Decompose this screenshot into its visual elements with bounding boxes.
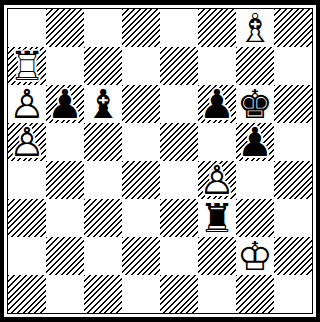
black-pawn-b6[interactable]: ♟ bbox=[46, 85, 84, 123]
white-pawn-outline-icon: ♙ bbox=[8, 85, 46, 123]
white-pawn-icon: ♟ bbox=[198, 161, 236, 199]
square-b1[interactable] bbox=[46, 275, 84, 313]
square-b3[interactable] bbox=[46, 199, 84, 237]
square-d6[interactable] bbox=[122, 85, 160, 123]
square-f2[interactable] bbox=[198, 237, 236, 275]
square-h6[interactable] bbox=[274, 85, 312, 123]
square-b8[interactable] bbox=[46, 9, 84, 47]
square-f6[interactable]: ♟ bbox=[198, 85, 236, 123]
white-pawn-a6[interactable]: ♟♙ bbox=[8, 85, 46, 123]
white-king-outline-icon: ♔ bbox=[236, 237, 274, 275]
square-g2[interactable]: ♚♔ bbox=[236, 237, 274, 275]
square-c8[interactable] bbox=[84, 9, 122, 47]
square-f8[interactable] bbox=[198, 9, 236, 47]
black-pawn-g5[interactable]: ♟ bbox=[236, 123, 274, 161]
square-h5[interactable] bbox=[274, 123, 312, 161]
black-rook-f3[interactable]: ♜ bbox=[198, 199, 236, 237]
square-g5[interactable]: ♟ bbox=[236, 123, 274, 161]
square-e1[interactable] bbox=[160, 275, 198, 313]
square-e2[interactable] bbox=[160, 237, 198, 275]
square-b5[interactable] bbox=[46, 123, 84, 161]
square-c2[interactable] bbox=[84, 237, 122, 275]
black-rook-icon: ♜ bbox=[198, 199, 236, 237]
square-f1[interactable] bbox=[198, 275, 236, 313]
square-e6[interactable] bbox=[160, 85, 198, 123]
white-pawn-f4[interactable]: ♟♙ bbox=[198, 161, 236, 199]
square-b6[interactable]: ♟ bbox=[46, 85, 84, 123]
square-h4[interactable] bbox=[274, 161, 312, 199]
square-h8[interactable] bbox=[274, 9, 312, 47]
square-c3[interactable] bbox=[84, 199, 122, 237]
square-d3[interactable] bbox=[122, 199, 160, 237]
square-b4[interactable] bbox=[46, 161, 84, 199]
square-a7[interactable]: ♜♖ bbox=[8, 47, 46, 85]
square-d5[interactable] bbox=[122, 123, 160, 161]
black-pawn-icon: ♟ bbox=[198, 85, 236, 123]
white-rook-icon: ♜ bbox=[8, 47, 46, 85]
square-a4[interactable] bbox=[8, 161, 46, 199]
white-pawn-outline-icon: ♙ bbox=[198, 161, 236, 199]
square-a8[interactable] bbox=[8, 9, 46, 47]
chess-board: ♝♗♜♖♟♙♟♝♟♚♟♙♟♟♙♜♚♔ bbox=[7, 8, 313, 314]
square-e5[interactable] bbox=[160, 123, 198, 161]
square-b7[interactable] bbox=[46, 47, 84, 85]
square-d8[interactable] bbox=[122, 9, 160, 47]
black-pawn-icon: ♟ bbox=[236, 123, 274, 161]
square-h7[interactable] bbox=[274, 47, 312, 85]
white-bishop-g8[interactable]: ♝♗ bbox=[236, 9, 274, 47]
square-g3[interactable] bbox=[236, 199, 274, 237]
square-e7[interactable] bbox=[160, 47, 198, 85]
square-f3[interactable]: ♜ bbox=[198, 199, 236, 237]
white-king-icon: ♚ bbox=[236, 237, 274, 275]
square-h2[interactable] bbox=[274, 237, 312, 275]
white-pawn-a5[interactable]: ♟♙ bbox=[8, 123, 46, 161]
white-bishop-outline-icon: ♗ bbox=[236, 9, 274, 47]
black-king-g6[interactable]: ♚ bbox=[236, 85, 274, 123]
square-h3[interactable] bbox=[274, 199, 312, 237]
square-c1[interactable] bbox=[84, 275, 122, 313]
white-rook-outline-icon: ♖ bbox=[8, 47, 46, 85]
square-e3[interactable] bbox=[160, 199, 198, 237]
chess-diagram: ♝♗♜♖♟♙♟♝♟♚♟♙♟♟♙♜♚♔ bbox=[0, 0, 320, 322]
black-bishop-icon: ♝ bbox=[84, 85, 122, 123]
square-d4[interactable] bbox=[122, 161, 160, 199]
square-g6[interactable]: ♚ bbox=[236, 85, 274, 123]
square-e8[interactable] bbox=[160, 9, 198, 47]
square-h1[interactable] bbox=[274, 275, 312, 313]
square-f5[interactable] bbox=[198, 123, 236, 161]
square-f7[interactable] bbox=[198, 47, 236, 85]
white-pawn-outline-icon: ♙ bbox=[8, 123, 46, 161]
white-bishop-icon: ♝ bbox=[236, 9, 274, 47]
white-rook-a7[interactable]: ♜♖ bbox=[8, 47, 46, 85]
square-a3[interactable] bbox=[8, 199, 46, 237]
square-a1[interactable] bbox=[8, 275, 46, 313]
square-b2[interactable] bbox=[46, 237, 84, 275]
square-g1[interactable] bbox=[236, 275, 274, 313]
black-king-icon: ♚ bbox=[236, 85, 274, 123]
board-frame: ♝♗♜♖♟♙♟♝♟♚♟♙♟♟♙♜♚♔ bbox=[0, 0, 320, 322]
square-a2[interactable] bbox=[8, 237, 46, 275]
square-c5[interactable] bbox=[84, 123, 122, 161]
white-pawn-icon: ♟ bbox=[8, 123, 46, 161]
square-d2[interactable] bbox=[122, 237, 160, 275]
square-c4[interactable] bbox=[84, 161, 122, 199]
square-d7[interactable] bbox=[122, 47, 160, 85]
square-a6[interactable]: ♟♙ bbox=[8, 85, 46, 123]
square-a5[interactable]: ♟♙ bbox=[8, 123, 46, 161]
black-bishop-c6[interactable]: ♝ bbox=[84, 85, 122, 123]
square-g4[interactable] bbox=[236, 161, 274, 199]
white-king-g2[interactable]: ♚♔ bbox=[236, 237, 274, 275]
white-pawn-icon: ♟ bbox=[8, 85, 46, 123]
square-d1[interactable] bbox=[122, 275, 160, 313]
black-pawn-icon: ♟ bbox=[46, 85, 84, 123]
square-e4[interactable] bbox=[160, 161, 198, 199]
square-g8[interactable]: ♝♗ bbox=[236, 9, 274, 47]
square-c7[interactable] bbox=[84, 47, 122, 85]
square-f4[interactable]: ♟♙ bbox=[198, 161, 236, 199]
square-g7[interactable] bbox=[236, 47, 274, 85]
square-c6[interactable]: ♝ bbox=[84, 85, 122, 123]
black-pawn-f6[interactable]: ♟ bbox=[198, 85, 236, 123]
